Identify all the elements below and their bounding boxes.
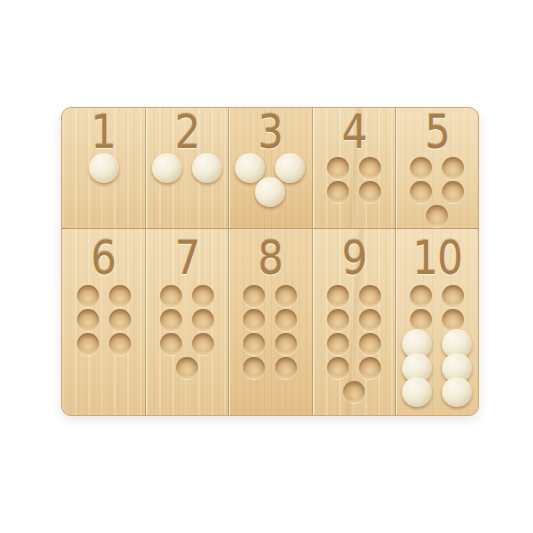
section-7: 7 <box>145 229 228 415</box>
wooden-ball[interactable] <box>442 377 472 407</box>
hole-row <box>160 332 214 356</box>
empty-peg-hole[interactable] <box>442 157 464 179</box>
holes-grid-7 <box>160 284 214 380</box>
engraved-number-6: 6 <box>91 229 116 284</box>
hole-row <box>89 156 119 180</box>
holes-grid-5 <box>410 156 464 228</box>
wooden-ball[interactable] <box>255 177 285 207</box>
empty-peg-hole[interactable] <box>442 181 464 203</box>
empty-peg-hole[interactable] <box>359 333 381 355</box>
hole-row <box>343 380 365 404</box>
engraved-number-2: 2 <box>175 108 200 156</box>
empty-peg-hole[interactable] <box>410 181 432 203</box>
empty-peg-hole[interactable] <box>426 205 448 227</box>
empty-peg-hole[interactable] <box>192 309 214 331</box>
empty-peg-hole[interactable] <box>359 309 381 331</box>
hole-row <box>402 356 472 380</box>
holes-grid-4 <box>327 156 381 204</box>
holes-grid-6 <box>77 284 131 356</box>
section-1: 1 <box>62 108 145 228</box>
empty-peg-hole[interactable] <box>442 285 464 307</box>
engraved-number-7: 7 <box>175 229 200 284</box>
hole-row <box>176 356 198 380</box>
empty-peg-hole[interactable] <box>243 357 265 379</box>
empty-peg-hole[interactable] <box>243 285 265 307</box>
empty-peg-hole[interactable] <box>77 333 99 355</box>
hole-row <box>160 308 214 332</box>
empty-peg-hole[interactable] <box>77 285 99 307</box>
wooden-ball[interactable] <box>89 153 119 183</box>
hole-row <box>243 284 297 308</box>
empty-peg-hole[interactable] <box>109 285 131 307</box>
empty-peg-hole[interactable] <box>192 285 214 307</box>
empty-peg-hole[interactable] <box>410 285 432 307</box>
empty-peg-hole[interactable] <box>192 333 214 355</box>
section-2: 2 <box>145 108 228 228</box>
engraved-number-9: 9 <box>341 229 366 284</box>
section-10: 10 <box>395 229 478 415</box>
engraved-number-1: 1 <box>91 108 116 156</box>
hole-row <box>402 380 472 404</box>
hole-row <box>77 284 131 308</box>
hole-row <box>327 284 381 308</box>
empty-peg-hole[interactable] <box>275 285 297 307</box>
empty-peg-hole[interactable] <box>327 285 349 307</box>
hole-row <box>327 180 381 204</box>
section-8: 8 <box>228 229 311 415</box>
empty-peg-hole[interactable] <box>442 309 464 331</box>
holes-grid-1 <box>89 156 119 180</box>
hole-row <box>77 308 131 332</box>
empty-peg-hole[interactable] <box>327 181 349 203</box>
engraved-number-8: 8 <box>258 229 283 284</box>
empty-peg-hole[interactable] <box>275 357 297 379</box>
empty-peg-hole[interactable] <box>359 157 381 179</box>
hole-row <box>327 332 381 356</box>
empty-peg-hole[interactable] <box>109 309 131 331</box>
holes-grid-2 <box>152 156 222 180</box>
section-9: 9 <box>312 229 395 415</box>
empty-peg-hole[interactable] <box>327 357 349 379</box>
hole-row <box>152 156 222 180</box>
section-5: 5 <box>395 108 478 228</box>
holes-grid-8 <box>243 284 297 380</box>
empty-peg-hole[interactable] <box>275 309 297 331</box>
section-3: 3 <box>228 108 311 228</box>
empty-peg-hole[interactable] <box>327 333 349 355</box>
empty-peg-hole[interactable] <box>176 357 198 379</box>
hole-row <box>243 308 297 332</box>
board-row-6-to-10: 678910 <box>62 228 478 415</box>
empty-peg-hole[interactable] <box>160 309 182 331</box>
hole-row <box>243 356 297 380</box>
engraved-number-4: 4 <box>341 108 366 156</box>
holes-grid-9 <box>327 284 381 404</box>
counting-board: 12345 678910 <box>61 107 479 416</box>
hole-row <box>243 332 297 356</box>
engraved-number-3: 3 <box>258 108 283 156</box>
empty-peg-hole[interactable] <box>343 381 365 403</box>
board-row-1-to-5: 12345 <box>62 108 478 228</box>
hole-row <box>255 180 285 204</box>
hole-row <box>160 284 214 308</box>
holes-grid-10 <box>402 284 472 404</box>
engraved-number-5: 5 <box>424 108 449 156</box>
empty-peg-hole[interactable] <box>359 357 381 379</box>
wooden-ball[interactable] <box>152 153 182 183</box>
hole-row <box>327 156 381 180</box>
empty-peg-hole[interactable] <box>243 333 265 355</box>
engraved-number-10: 10 <box>412 229 462 284</box>
empty-peg-hole[interactable] <box>359 285 381 307</box>
empty-peg-hole[interactable] <box>410 309 432 331</box>
empty-peg-hole[interactable] <box>109 333 131 355</box>
wooden-ball[interactable] <box>192 153 222 183</box>
hole-row <box>327 356 381 380</box>
empty-peg-hole[interactable] <box>327 309 349 331</box>
hole-row <box>410 284 464 308</box>
wooden-ball[interactable] <box>402 377 432 407</box>
hole-row <box>426 204 448 228</box>
hole-row <box>410 156 464 180</box>
hole-row <box>327 308 381 332</box>
hole-row <box>77 332 131 356</box>
empty-peg-hole[interactable] <box>410 157 432 179</box>
empty-peg-hole[interactable] <box>160 285 182 307</box>
section-6: 6 <box>62 229 145 415</box>
empty-peg-hole[interactable] <box>243 309 265 331</box>
holes-grid-3 <box>235 156 305 204</box>
empty-peg-hole[interactable] <box>77 309 99 331</box>
hole-row <box>410 180 464 204</box>
wooden-ball[interactable] <box>275 153 305 183</box>
empty-peg-hole[interactable] <box>160 333 182 355</box>
empty-peg-hole[interactable] <box>275 333 297 355</box>
hole-row <box>402 332 472 356</box>
empty-peg-hole[interactable] <box>359 181 381 203</box>
section-4: 4 <box>312 108 395 228</box>
empty-peg-hole[interactable] <box>327 157 349 179</box>
